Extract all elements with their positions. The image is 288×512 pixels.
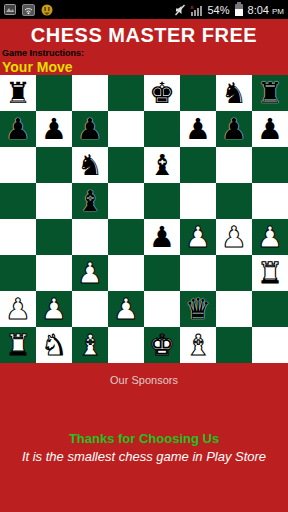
square-h4[interactable]: ♟ bbox=[252, 219, 288, 255]
square-f7[interactable]: ♟ bbox=[180, 111, 216, 147]
square-f5[interactable] bbox=[180, 183, 216, 219]
square-a8[interactable]: ♜ bbox=[0, 75, 36, 111]
square-d4[interactable] bbox=[108, 219, 144, 255]
square-a5[interactable] bbox=[0, 183, 36, 219]
square-c6[interactable]: ♞ bbox=[72, 147, 108, 183]
square-e5[interactable] bbox=[144, 183, 180, 219]
square-e2[interactable] bbox=[144, 291, 180, 327]
square-a2[interactable]: ♟ bbox=[0, 291, 36, 327]
piece-black-king: ♚ bbox=[149, 79, 175, 108]
square-g2[interactable] bbox=[216, 291, 252, 327]
thanks-title: Thanks for Choosing Us bbox=[69, 431, 219, 446]
footer-area: Our Sponsors Thanks for Choosing Us It i… bbox=[0, 363, 288, 512]
piece-white-rook: ♜ bbox=[257, 259, 283, 288]
square-c8[interactable] bbox=[72, 75, 108, 111]
piece-black-rook: ♜ bbox=[5, 79, 31, 108]
square-a4[interactable] bbox=[0, 219, 36, 255]
square-c1[interactable]: ♝ bbox=[72, 327, 108, 363]
square-h3[interactable]: ♜ bbox=[252, 255, 288, 291]
square-f4[interactable]: ♟ bbox=[180, 219, 216, 255]
screenshot-icon bbox=[4, 4, 16, 15]
piece-black-pawn: ♟ bbox=[149, 223, 175, 252]
square-f6[interactable] bbox=[180, 147, 216, 183]
square-d2[interactable]: ♟ bbox=[108, 291, 144, 327]
status-bar-left bbox=[4, 4, 53, 16]
square-g7[interactable]: ♟ bbox=[216, 111, 252, 147]
battery-percent-label: 54% bbox=[207, 4, 229, 16]
thanks-subtitle: It is the smallest chess game in Play St… bbox=[22, 449, 266, 464]
square-g3[interactable] bbox=[216, 255, 252, 291]
status-bar: x 54% 8:04 PM bbox=[0, 0, 288, 19]
square-d5[interactable] bbox=[108, 183, 144, 219]
square-d3[interactable] bbox=[108, 255, 144, 291]
square-h8[interactable]: ♜ bbox=[252, 75, 288, 111]
piece-white-pawn: ♟ bbox=[221, 223, 247, 252]
piece-white-pawn: ♟ bbox=[41, 295, 67, 324]
piece-black-pawn: ♟ bbox=[41, 115, 67, 144]
turn-status-message: Your Move bbox=[0, 59, 288, 75]
square-e6[interactable]: ♝ bbox=[144, 147, 180, 183]
piece-white-pawn: ♟ bbox=[257, 223, 283, 252]
square-c4[interactable] bbox=[72, 219, 108, 255]
square-c2[interactable] bbox=[72, 291, 108, 327]
square-f8[interactable] bbox=[180, 75, 216, 111]
piece-white-pawn: ♟ bbox=[113, 295, 139, 324]
piece-black-pawn: ♟ bbox=[221, 115, 247, 144]
square-a6[interactable] bbox=[0, 147, 36, 183]
chess-board[interactable]: ♜♚♞♜♟♟♟♟♟♟♞♝♝♟♟♟♟♟♜♟♟♟♛♜♞♝♚♝ bbox=[0, 75, 288, 363]
piece-white-bishop: ♝ bbox=[77, 331, 103, 360]
piece-white-knight: ♞ bbox=[41, 331, 67, 360]
piece-black-rook: ♜ bbox=[257, 79, 283, 108]
square-e3[interactable] bbox=[144, 255, 180, 291]
square-b5[interactable] bbox=[36, 183, 72, 219]
piece-black-pawn: ♟ bbox=[257, 115, 283, 144]
piece-white-bishop: ♝ bbox=[185, 331, 211, 360]
square-g1[interactable] bbox=[216, 327, 252, 363]
square-d8[interactable] bbox=[108, 75, 144, 111]
piece-white-pawn: ♟ bbox=[5, 295, 31, 324]
svg-text:x: x bbox=[190, 4, 194, 10]
piece-white-pawn: ♟ bbox=[77, 259, 103, 288]
square-c7[interactable]: ♟ bbox=[72, 111, 108, 147]
square-b1[interactable]: ♞ bbox=[36, 327, 72, 363]
square-h6[interactable] bbox=[252, 147, 288, 183]
square-d6[interactable] bbox=[108, 147, 144, 183]
square-d1[interactable] bbox=[108, 327, 144, 363]
piece-black-bishop: ♝ bbox=[149, 151, 175, 180]
battery-icon bbox=[235, 4, 243, 16]
notification-app-icon bbox=[41, 4, 53, 16]
piece-black-knight: ♞ bbox=[77, 151, 103, 180]
square-e1[interactable]: ♚ bbox=[144, 327, 180, 363]
piece-black-pawn: ♟ bbox=[185, 115, 211, 144]
app-screen: x 54% 8:04 PM CHESS MASTER FREE Game Ins… bbox=[0, 0, 288, 512]
square-d7[interactable] bbox=[108, 111, 144, 147]
app-header: CHESS MASTER FREE Game Instructions: You… bbox=[0, 19, 288, 75]
square-e4[interactable]: ♟ bbox=[144, 219, 180, 255]
square-b4[interactable] bbox=[36, 219, 72, 255]
piece-white-pawn: ♟ bbox=[185, 223, 211, 252]
square-h5[interactable] bbox=[252, 183, 288, 219]
square-b8[interactable] bbox=[36, 75, 72, 111]
square-b2[interactable]: ♟ bbox=[36, 291, 72, 327]
sponsors-label: Our Sponsors bbox=[110, 374, 178, 386]
square-e7[interactable] bbox=[144, 111, 180, 147]
signal-icon: x bbox=[190, 4, 203, 16]
square-e8[interactable]: ♚ bbox=[144, 75, 180, 111]
piece-black-knight: ♞ bbox=[221, 79, 247, 108]
piece-black-pawn: ♟ bbox=[5, 115, 31, 144]
mute-icon bbox=[174, 4, 186, 16]
square-c5[interactable]: ♝ bbox=[72, 183, 108, 219]
square-a3[interactable] bbox=[0, 255, 36, 291]
square-a7[interactable]: ♟ bbox=[0, 111, 36, 147]
square-g6[interactable] bbox=[216, 147, 252, 183]
piece-white-rook: ♜ bbox=[5, 331, 31, 360]
square-f3[interactable] bbox=[180, 255, 216, 291]
square-c3[interactable]: ♟ bbox=[72, 255, 108, 291]
square-h2[interactable] bbox=[252, 291, 288, 327]
piece-white-king: ♚ bbox=[149, 331, 175, 360]
square-b6[interactable] bbox=[36, 147, 72, 183]
square-g8[interactable]: ♞ bbox=[216, 75, 252, 111]
square-a1[interactable]: ♜ bbox=[0, 327, 36, 363]
square-g4[interactable]: ♟ bbox=[216, 219, 252, 255]
square-f2[interactable]: ♛ bbox=[180, 291, 216, 327]
square-h7[interactable]: ♟ bbox=[252, 111, 288, 147]
wifi-cast-icon bbox=[22, 4, 35, 16]
square-g5[interactable] bbox=[216, 183, 252, 219]
square-b7[interactable]: ♟ bbox=[36, 111, 72, 147]
piece-black-bishop: ♝ bbox=[77, 187, 103, 216]
status-bar-right: x 54% 8:04 PM bbox=[174, 4, 284, 16]
square-h1[interactable] bbox=[252, 327, 288, 363]
square-f1[interactable]: ♝ bbox=[180, 327, 216, 363]
piece-black-queen: ♛ bbox=[185, 295, 211, 324]
piece-black-pawn: ♟ bbox=[77, 115, 103, 144]
app-title: CHESS MASTER FREE bbox=[0, 23, 288, 47]
square-b3[interactable] bbox=[36, 255, 72, 291]
clock-label: 8:04 PM bbox=[248, 4, 284, 16]
game-instructions-label: Game Instructions: bbox=[0, 48, 288, 59]
